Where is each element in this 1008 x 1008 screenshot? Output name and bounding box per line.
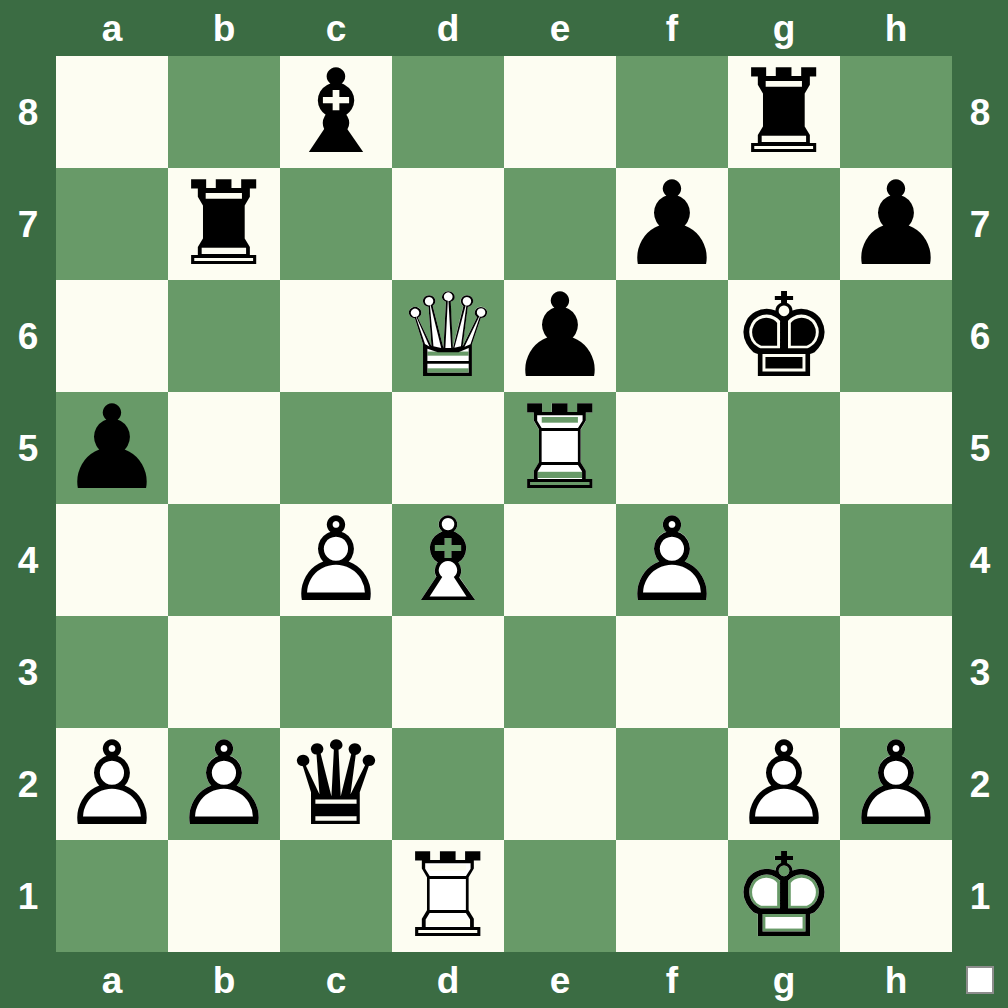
square-e7[interactable] [504,168,616,280]
rank-labels-left: 87654321 [0,56,56,952]
rank-label-6: 6 [952,280,1008,392]
rank-labels-right: 87654321 [952,56,1008,952]
square-a8[interactable] [56,56,168,168]
piece-outline-layer: ♖ [504,392,616,504]
piece-black-pawn[interactable]: ♟ [616,168,728,280]
square-d2[interactable] [392,728,504,840]
square-c7[interactable] [280,168,392,280]
square-g4[interactable] [728,504,840,616]
chess-board: ♝♜♜♟♟♛♕♟♚♟♜♖♟♙♝♗♟♙♟♙♟♙♛♟♙♟♙♜♖♚♔ [56,56,952,952]
piece-glyph: ♛ [280,728,392,840]
piece-outline-layer: ♔ [728,840,840,952]
file-label-e: e [504,952,616,1008]
piece-black-bishop[interactable]: ♝ [280,56,392,168]
piece-white-pawn[interactable]: ♟♙ [168,728,280,840]
file-label-h: h [840,0,952,56]
piece-outline-layer: ♙ [280,504,392,616]
square-e8[interactable] [504,56,616,168]
piece-glyph: ♚ [728,280,840,392]
rank-label-3: 3 [0,616,56,728]
piece-outline-layer: ♙ [168,728,280,840]
square-c5[interactable] [280,392,392,504]
piece-black-pawn[interactable]: ♟ [840,168,952,280]
square-f6[interactable] [616,280,728,392]
file-label-e: e [504,0,616,56]
piece-black-rook[interactable]: ♜ [728,56,840,168]
piece-white-bishop[interactable]: ♝♗ [392,504,504,616]
piece-black-pawn[interactable]: ♟ [56,392,168,504]
square-e4[interactable] [504,504,616,616]
corner-top-left [0,0,56,56]
square-e5[interactable]: ♜♖ [504,392,616,504]
square-h6[interactable] [840,280,952,392]
file-label-a: a [56,952,168,1008]
file-label-h: h [840,952,952,1008]
square-c1[interactable] [280,840,392,952]
rank-label-1: 1 [952,840,1008,952]
square-d3[interactable] [392,616,504,728]
piece-black-rook[interactable]: ♜ [168,168,280,280]
piece-white-rook[interactable]: ♜♖ [504,392,616,504]
rank-label-8: 8 [952,56,1008,168]
square-d6[interactable]: ♛♕ [392,280,504,392]
piece-glyph: ♜ [168,168,280,280]
file-label-b: b [168,952,280,1008]
piece-outline-layer: ♙ [840,728,952,840]
white-to-move-indicator [966,966,994,994]
file-label-a: a [56,0,168,56]
piece-glyph: ♟ [840,168,952,280]
rank-label-3: 3 [952,616,1008,728]
piece-white-rook[interactable]: ♜♖ [392,840,504,952]
piece-white-king[interactable]: ♚♔ [728,840,840,952]
rank-label-8: 8 [0,56,56,168]
square-f7[interactable]: ♟ [616,168,728,280]
square-a6[interactable] [56,280,168,392]
square-g3[interactable] [728,616,840,728]
piece-white-pawn[interactable]: ♟♙ [616,504,728,616]
square-b6[interactable] [168,280,280,392]
square-c8[interactable]: ♝ [280,56,392,168]
square-f1[interactable] [616,840,728,952]
piece-white-pawn[interactable]: ♟♙ [840,728,952,840]
piece-white-pawn[interactable]: ♟♙ [280,504,392,616]
square-b3[interactable] [168,616,280,728]
piece-outline-layer: ♙ [728,728,840,840]
square-e6[interactable]: ♟ [504,280,616,392]
file-label-b: b [168,0,280,56]
piece-black-queen[interactable]: ♛ [280,728,392,840]
square-h1[interactable] [840,840,952,952]
square-d8[interactable] [392,56,504,168]
piece-black-king[interactable]: ♚ [728,280,840,392]
square-f3[interactable] [616,616,728,728]
square-h7[interactable]: ♟ [840,168,952,280]
piece-outline-layer: ♖ [392,840,504,952]
piece-glyph: ♜ [728,56,840,168]
corner-top-right [952,0,1008,56]
piece-outline-layer: ♕ [392,280,504,392]
piece-glyph: ♟ [504,280,616,392]
square-f4[interactable]: ♟♙ [616,504,728,616]
piece-glyph: ♝ [280,56,392,168]
corner-bottom-left [0,952,56,1008]
square-g6[interactable]: ♚ [728,280,840,392]
square-d5[interactable] [392,392,504,504]
file-label-f: f [616,0,728,56]
file-label-d: d [392,0,504,56]
square-h4[interactable] [840,504,952,616]
square-g7[interactable] [728,168,840,280]
piece-white-queen[interactable]: ♛♕ [392,280,504,392]
rank-label-2: 2 [0,728,56,840]
square-f5[interactable] [616,392,728,504]
piece-outline-layer: ♙ [56,728,168,840]
square-g1[interactable]: ♚♔ [728,840,840,952]
square-e3[interactable] [504,616,616,728]
rank-label-7: 7 [0,168,56,280]
square-b4[interactable] [168,504,280,616]
chess-board-frame: abcdefgh 87654321 ♝♜♜♟♟♛♕♟♚♟♜♖♟♙♝♗♟♙♟♙♟♙… [0,0,1008,1008]
piece-outline-layer: ♙ [616,504,728,616]
square-e2[interactable] [504,728,616,840]
file-label-c: c [280,952,392,1008]
square-a3[interactable] [56,616,168,728]
square-b8[interactable] [168,56,280,168]
corner-bottom-right [952,952,1008,1008]
square-a4[interactable] [56,504,168,616]
piece-black-pawn[interactable]: ♟ [504,280,616,392]
piece-outline-layer: ♗ [392,504,504,616]
rank-label-2: 2 [952,728,1008,840]
square-a2[interactable]: ♟♙ [56,728,168,840]
piece-white-pawn[interactable]: ♟♙ [56,728,168,840]
rank-label-4: 4 [952,504,1008,616]
rank-label-4: 4 [0,504,56,616]
square-b7[interactable]: ♜ [168,168,280,280]
square-a1[interactable] [56,840,168,952]
square-d4[interactable]: ♝♗ [392,504,504,616]
square-b2[interactable]: ♟♙ [168,728,280,840]
rank-label-5: 5 [0,392,56,504]
rank-label-1: 1 [0,840,56,952]
square-g8[interactable]: ♜ [728,56,840,168]
square-c6[interactable] [280,280,392,392]
square-d7[interactable] [392,168,504,280]
rank-label-6: 6 [0,280,56,392]
square-h3[interactable] [840,616,952,728]
square-f2[interactable] [616,728,728,840]
square-g2[interactable]: ♟♙ [728,728,840,840]
square-d1[interactable]: ♜♖ [392,840,504,952]
square-a5[interactable]: ♟ [56,392,168,504]
piece-glyph: ♟ [56,392,168,504]
square-c4[interactable]: ♟♙ [280,504,392,616]
square-c2[interactable]: ♛ [280,728,392,840]
square-b5[interactable] [168,392,280,504]
rank-label-5: 5 [952,392,1008,504]
square-c3[interactable] [280,616,392,728]
square-h8[interactable] [840,56,952,168]
piece-white-pawn[interactable]: ♟♙ [728,728,840,840]
square-e1[interactable] [504,840,616,952]
rank-label-7: 7 [952,168,1008,280]
square-g5[interactable] [728,392,840,504]
square-f8[interactable] [616,56,728,168]
square-b1[interactable] [168,840,280,952]
square-h5[interactable] [840,392,952,504]
piece-glyph: ♟ [616,168,728,280]
file-label-f: f [616,952,728,1008]
square-h2[interactable]: ♟♙ [840,728,952,840]
square-a7[interactable] [56,168,168,280]
